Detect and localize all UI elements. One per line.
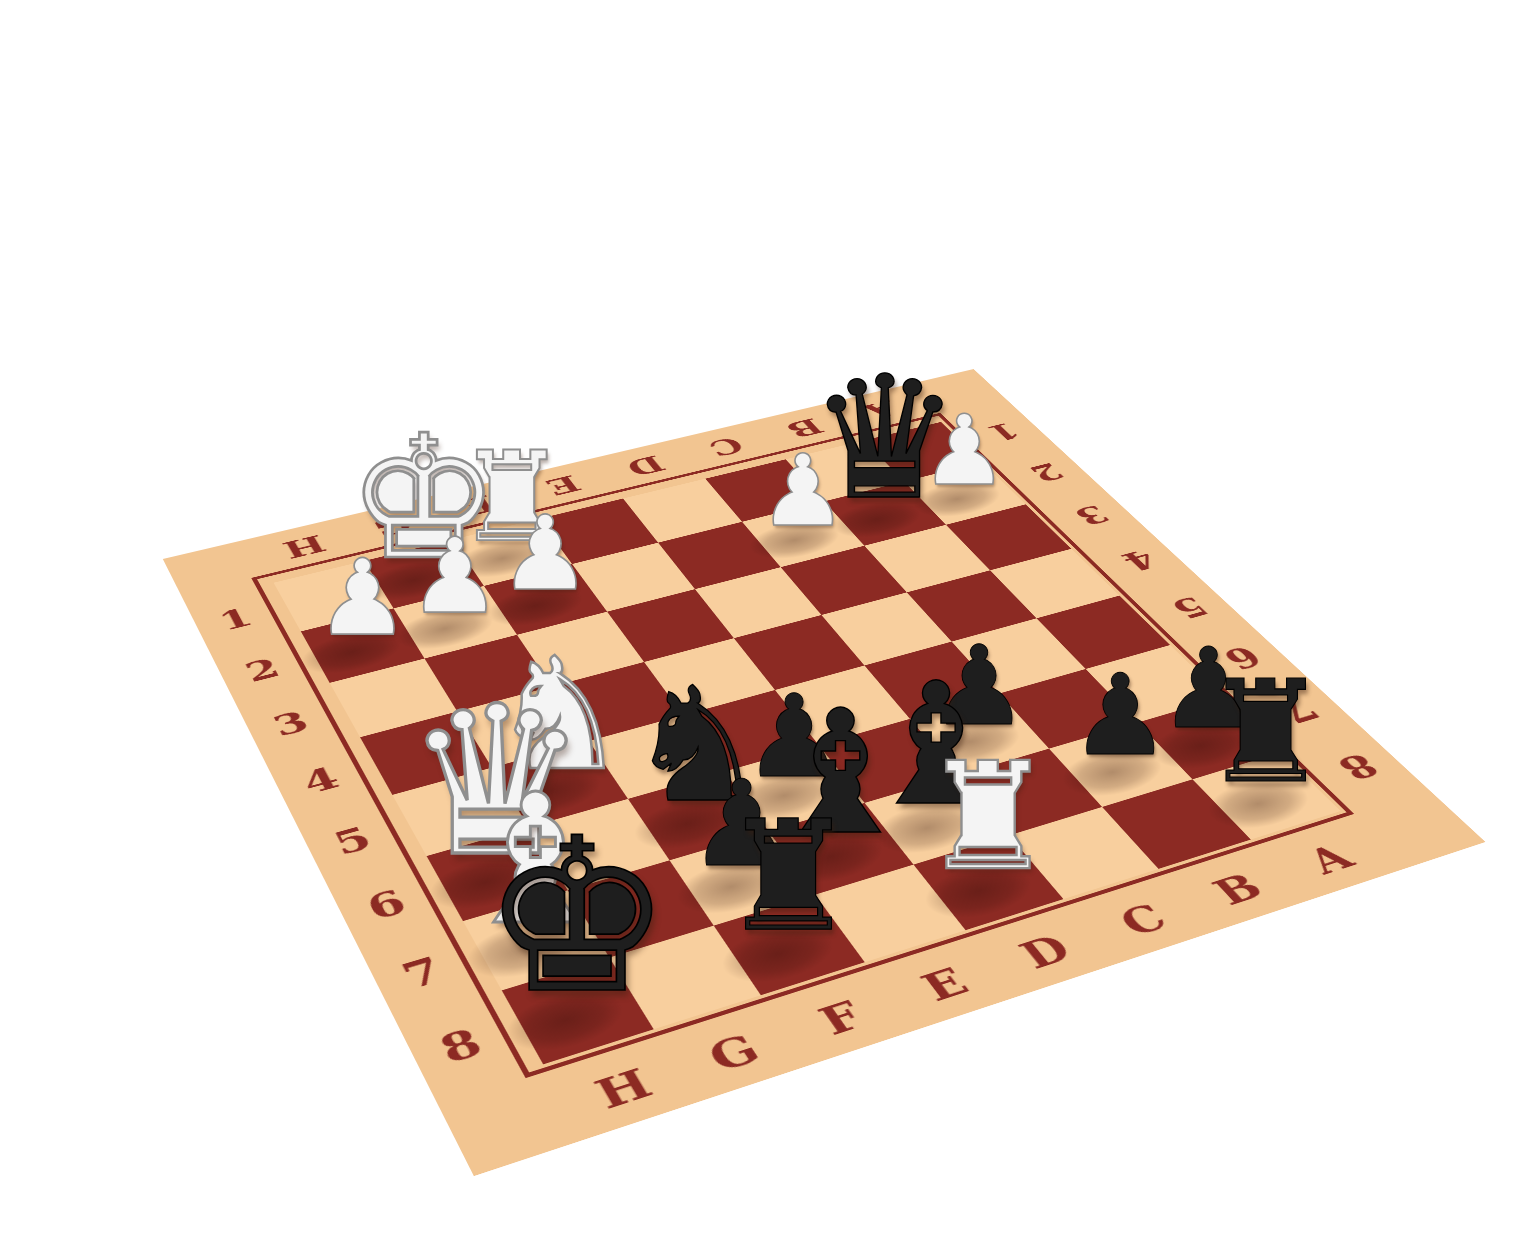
square-c6[interactable]: [910, 694, 1049, 776]
piece-shadow: [1192, 770, 1324, 839]
file-label-near-G: G: [687, 1020, 782, 1087]
rank-label-right-2: 2: [1010, 454, 1083, 491]
chess-scene: HH11GG22FF33EE44DD55CC66BB77AA88 ♟♛♟♜♚♟♟…: [0, 0, 1518, 1244]
square-e7[interactable]: [768, 803, 913, 895]
rank-label-right-8: 8: [1314, 741, 1402, 792]
piece-shadow: [1137, 714, 1265, 779]
rank-label-left-2: 2: [225, 647, 299, 693]
piece-shadow: [764, 821, 897, 893]
square-a7[interactable]: [1138, 697, 1281, 779]
square-g4[interactable]: [457, 686, 589, 767]
square-e6[interactable]: [725, 745, 865, 831]
square-h4[interactable]: [360, 711, 492, 794]
square-d7[interactable]: [865, 775, 1010, 864]
piece-shadow: [1048, 740, 1177, 806]
file-label-near-E: E: [898, 954, 992, 1017]
piece-shadow: [455, 910, 592, 989]
square-a8[interactable]: [1193, 752, 1341, 839]
chess-board: HH11GG22FF33EE44DD55CC66BB77AA88: [163, 369, 1486, 1176]
square-g5[interactable]: [492, 741, 628, 827]
square-g7[interactable]: [568, 860, 714, 957]
rank-label-right-3: 3: [1054, 496, 1129, 535]
square-h6[interactable]: [427, 827, 568, 921]
rank-label-left-6: 6: [344, 876, 429, 934]
square-e5[interactable]: [683, 690, 818, 771]
square-h5[interactable]: [392, 768, 528, 856]
file-label-near-H: H: [577, 1055, 672, 1124]
piece-shadow: [494, 979, 636, 1063]
rank-label-right-4: 4: [1101, 540, 1178, 581]
file-label-near-A: A: [1284, 832, 1376, 888]
square-c7[interactable]: [958, 749, 1102, 836]
rank-label-left-5: 5: [312, 814, 394, 869]
piece-shadow: [419, 846, 552, 920]
rank-label-left-3: 3: [253, 700, 330, 749]
rank-label-right-5: 5: [1150, 586, 1230, 629]
square-d8[interactable]: [914, 835, 1064, 930]
file-label-near-B: B: [1192, 861, 1285, 918]
file-label-near-F: F: [794, 986, 888, 1051]
rank-label-left-1: 1: [200, 598, 272, 641]
square-e8[interactable]: [815, 865, 965, 963]
piece-shadow: [622, 789, 752, 859]
rank-label-right-1: 1: [968, 414, 1039, 449]
piece-shadow: [861, 793, 993, 863]
square-f5[interactable]: [589, 715, 725, 799]
rank-label-left-7: 7: [379, 943, 467, 1005]
square-f7[interactable]: [670, 831, 816, 925]
square-g8[interactable]: [609, 926, 760, 1030]
piece-shadow: [907, 710, 1033, 774]
square-f8[interactable]: [714, 895, 865, 996]
square-f6[interactable]: [628, 771, 768, 860]
rank-label-left-8: 8: [415, 1013, 506, 1079]
square-g6[interactable]: [529, 799, 670, 890]
square-h8[interactable]: [502, 958, 654, 1065]
square-b8[interactable]: [1102, 779, 1251, 869]
square-h7[interactable]: [463, 890, 609, 990]
file-label-near-D: D: [999, 922, 1093, 983]
rank-label-left-4: 4: [281, 755, 360, 806]
square-c8[interactable]: [1009, 807, 1158, 899]
square-b7[interactable]: [1049, 723, 1192, 807]
piece-shadow: [664, 850, 799, 924]
rank-label-right-6: 6: [1201, 635, 1284, 680]
file-label-near-C: C: [1097, 891, 1190, 950]
square-d6[interactable]: [818, 719, 958, 803]
board-3d-scene: HH11GG22FF33EE44DD55CC66BB77AA88: [280, 195, 1270, 1185]
board-top-surface: HH11GG22FF33EE44DD55CC66BB77AA88: [163, 369, 1486, 1176]
piece-shadow: [485, 758, 613, 826]
rank-label-right-7: 7: [1256, 687, 1341, 735]
piece-shadow: [911, 854, 1047, 929]
piece-shadow: [720, 762, 849, 830]
piece-shadow: [709, 915, 848, 994]
